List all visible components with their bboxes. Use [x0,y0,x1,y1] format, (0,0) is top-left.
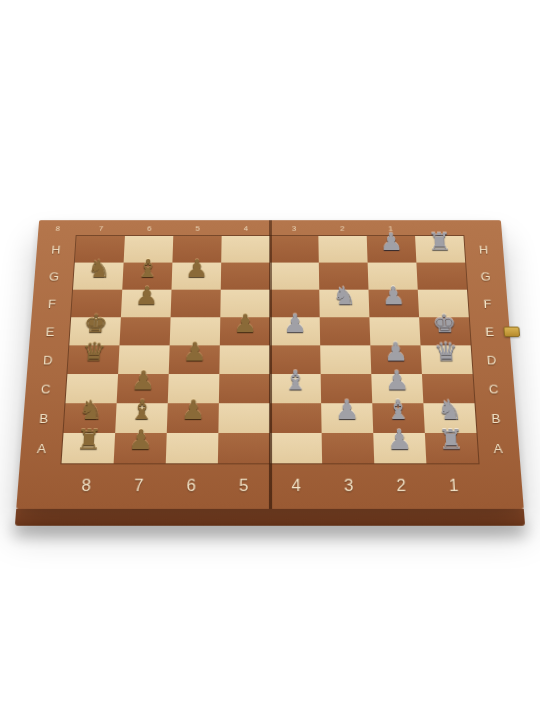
board-perspective-wrapper: 87654321 HGFEDCBA ♟♜♞♝♟♟♞♟♚♟♟♚♛♟♟♛♟♝♟♞♝♟… [15,220,525,526]
square-a2: ♟ [373,433,426,463]
square-e2 [369,317,420,345]
square-h8 [75,236,125,263]
top-rank-label-3: 3 [270,224,318,232]
top-rank-label-7: 7 [77,224,126,232]
right-file-label-d: D [486,352,497,366]
top-rank-label-8: 8 [38,224,77,232]
top-rank-label-5: 5 [173,224,221,232]
left-file-label-f: F [48,297,57,311]
bottom-rank-label-6: 6 [165,477,218,496]
square-d5 [219,345,270,374]
square-a7: ♟ [114,433,167,463]
square-e6 [170,317,221,345]
right-file-label-e: E [485,324,495,338]
board-box-side [15,509,525,526]
square-b3: ♟ [321,403,373,433]
bottom-rank-label-7: 7 [112,477,165,496]
square-h7 [124,236,174,263]
product-photo: 87654321 HGFEDCBA ♟♜♞♝♟♟♞♟♚♟♟♚♛♟♟♛♟♝♟♞♝♟… [0,0,540,720]
bottom-rank-label-2: 2 [375,477,428,496]
left-file-label-h: H [51,243,62,256]
square-g8: ♞ [73,263,124,290]
left-file-label-e: E [45,324,55,338]
square-b7: ♝ [115,403,168,433]
square-e5: ♟ [220,317,270,345]
square-b4 [270,403,322,433]
square-f5 [220,290,270,318]
square-e7 [119,317,170,345]
right-file-label-c: C [488,381,499,396]
bottom-rank-label-5: 5 [217,477,270,496]
square-g5 [221,263,270,290]
top-rank-label-1: 1 [366,224,415,232]
left-file-label-c: C [41,381,52,396]
square-g1 [416,263,467,290]
square-c7: ♟ [117,374,169,403]
right-file-label-b: B [491,411,502,426]
square-f3: ♞ [319,290,369,318]
square-c5 [219,374,270,403]
square-g6: ♟ [172,263,222,290]
right-file-label-f: F [483,297,492,311]
square-f1 [418,290,469,318]
square-h6 [172,236,221,263]
square-b6: ♟ [167,403,219,433]
brass-latch [503,327,520,337]
bottom-rank-label-8: 8 [59,477,113,496]
top-rank-label-4: 4 [222,224,270,232]
square-c8 [65,374,118,403]
square-b5 [218,403,270,433]
left-file-label-d: D [43,352,54,366]
top-rank-label-6: 6 [125,224,174,232]
square-c3 [321,374,373,403]
square-c4: ♝ [270,374,321,403]
square-h2: ♟ [367,236,417,263]
square-a3 [322,433,375,463]
square-a8: ♜ [62,433,116,463]
square-d6: ♟ [169,345,220,374]
square-d1: ♛ [421,345,473,374]
top-rank-label-2: 2 [318,224,366,232]
square-b2: ♝ [372,403,425,433]
square-g4 [270,263,319,290]
square-a4 [270,433,322,463]
square-e8: ♚ [69,317,121,345]
square-h3 [318,236,367,263]
square-f7: ♟ [121,290,172,318]
bottom-rank-label-3: 3 [322,477,375,496]
bottom-rank-label-1: 1 [427,477,481,496]
left-file-label-b: B [39,411,50,426]
left-file-label-g: G [49,269,60,283]
square-a6 [166,433,219,463]
square-d3 [320,345,371,374]
right-file-label-g: G [480,269,491,283]
chess-board: 87654321 HGFEDCBA ♟♜♞♝♟♟♞♟♚♟♟♚♛♟♟♛♟♝♟♞♝♟… [16,220,524,509]
square-b8: ♞ [64,403,117,433]
square-a5 [218,433,270,463]
square-e1: ♚ [419,317,471,345]
square-f4 [270,290,320,318]
square-d8: ♛ [67,345,119,374]
square-f2: ♟ [368,290,419,318]
square-e4: ♟ [270,317,320,345]
square-c1 [422,374,475,403]
bottom-rank-label-4: 4 [270,477,323,496]
square-c2: ♟ [371,374,423,403]
fold-seam [269,220,272,509]
right-file-label-a: A [493,441,504,456]
square-d4 [270,345,321,374]
square-h1: ♜ [415,236,465,263]
left-file-label-a: A [36,441,47,456]
square-d2: ♟ [370,345,422,374]
square-h5 [221,236,270,263]
right-file-label-h: H [478,243,489,256]
square-a1: ♜ [425,433,479,463]
square-f8 [71,290,122,318]
square-g2 [368,263,418,290]
square-g7: ♝ [122,263,172,290]
square-c6 [168,374,220,403]
square-d7 [118,345,170,374]
square-f6 [171,290,221,318]
square-e3 [320,317,371,345]
square-g3 [319,263,369,290]
square-b1: ♞ [423,403,476,433]
square-h4 [270,236,319,263]
